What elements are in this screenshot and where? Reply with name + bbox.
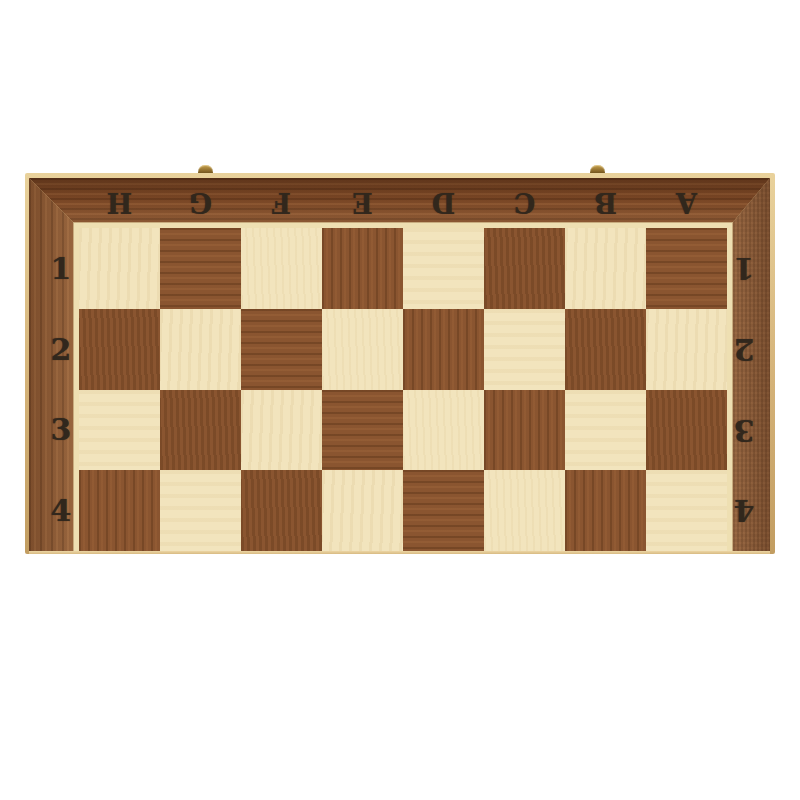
- square-g2: [160, 309, 241, 390]
- square-e4: [322, 470, 403, 551]
- square-e1: [322, 228, 403, 309]
- square-h2: [79, 309, 160, 390]
- rank-labels-right-2: 2: [727, 309, 761, 390]
- box-outer-edge: [25, 173, 775, 554]
- rank-labels-left-3: 3: [47, 390, 75, 471]
- square-f1: [241, 228, 322, 309]
- file-labels-h: H: [79, 188, 160, 218]
- square-f2: [241, 309, 322, 390]
- rank-labels-right-1: 1: [727, 228, 761, 309]
- square-a1: [646, 228, 727, 309]
- rank-labels-left-4: 4: [47, 470, 75, 551]
- square-e2: [322, 309, 403, 390]
- file-labels: HGFEDCBA: [79, 188, 727, 218]
- square-h4: [79, 470, 160, 551]
- square-h1: [79, 228, 160, 309]
- rank-labels-right: 1234: [727, 228, 761, 551]
- file-labels-c: C: [484, 188, 565, 218]
- square-b4: [565, 470, 646, 551]
- rank-labels-right-4: 4: [727, 470, 761, 551]
- square-c2: [484, 309, 565, 390]
- square-d2: [403, 309, 484, 390]
- rank-labels-left-1: 1: [47, 228, 75, 309]
- square-a4: [646, 470, 727, 551]
- square-b2: [565, 309, 646, 390]
- file-labels-d: D: [403, 188, 484, 218]
- file-labels-a: A: [646, 188, 727, 218]
- square-g4: [160, 470, 241, 551]
- rank-labels-left: 1234: [47, 228, 75, 551]
- square-b3: [565, 390, 646, 471]
- square-g3: [160, 390, 241, 471]
- square-c1: [484, 228, 565, 309]
- rank-labels-right-3: 3: [727, 390, 761, 471]
- file-labels-g: G: [160, 188, 241, 218]
- playing-field: [73, 222, 733, 554]
- square-d4: [403, 470, 484, 551]
- square-g1: [160, 228, 241, 309]
- square-h3: [79, 390, 160, 471]
- square-f3: [241, 390, 322, 471]
- square-a3: [646, 390, 727, 471]
- square-a2: [646, 309, 727, 390]
- square-d3: [403, 390, 484, 471]
- square-f4: [241, 470, 322, 551]
- square-c4: [484, 470, 565, 551]
- squares-grid: [79, 228, 727, 551]
- square-e3: [322, 390, 403, 471]
- file-labels-e: E: [322, 188, 403, 218]
- rank-labels-left-2: 2: [47, 309, 75, 390]
- product-photo: HGFEDCBA 1234 1234: [0, 0, 800, 800]
- fold-edge: [29, 551, 770, 554]
- square-c3: [484, 390, 565, 471]
- file-labels-f: F: [241, 188, 322, 218]
- file-labels-b: B: [565, 188, 646, 218]
- square-b1: [565, 228, 646, 309]
- chessboard: HGFEDCBA 1234 1234: [25, 173, 775, 554]
- board-frame: [29, 178, 770, 554]
- square-d1: [403, 228, 484, 309]
